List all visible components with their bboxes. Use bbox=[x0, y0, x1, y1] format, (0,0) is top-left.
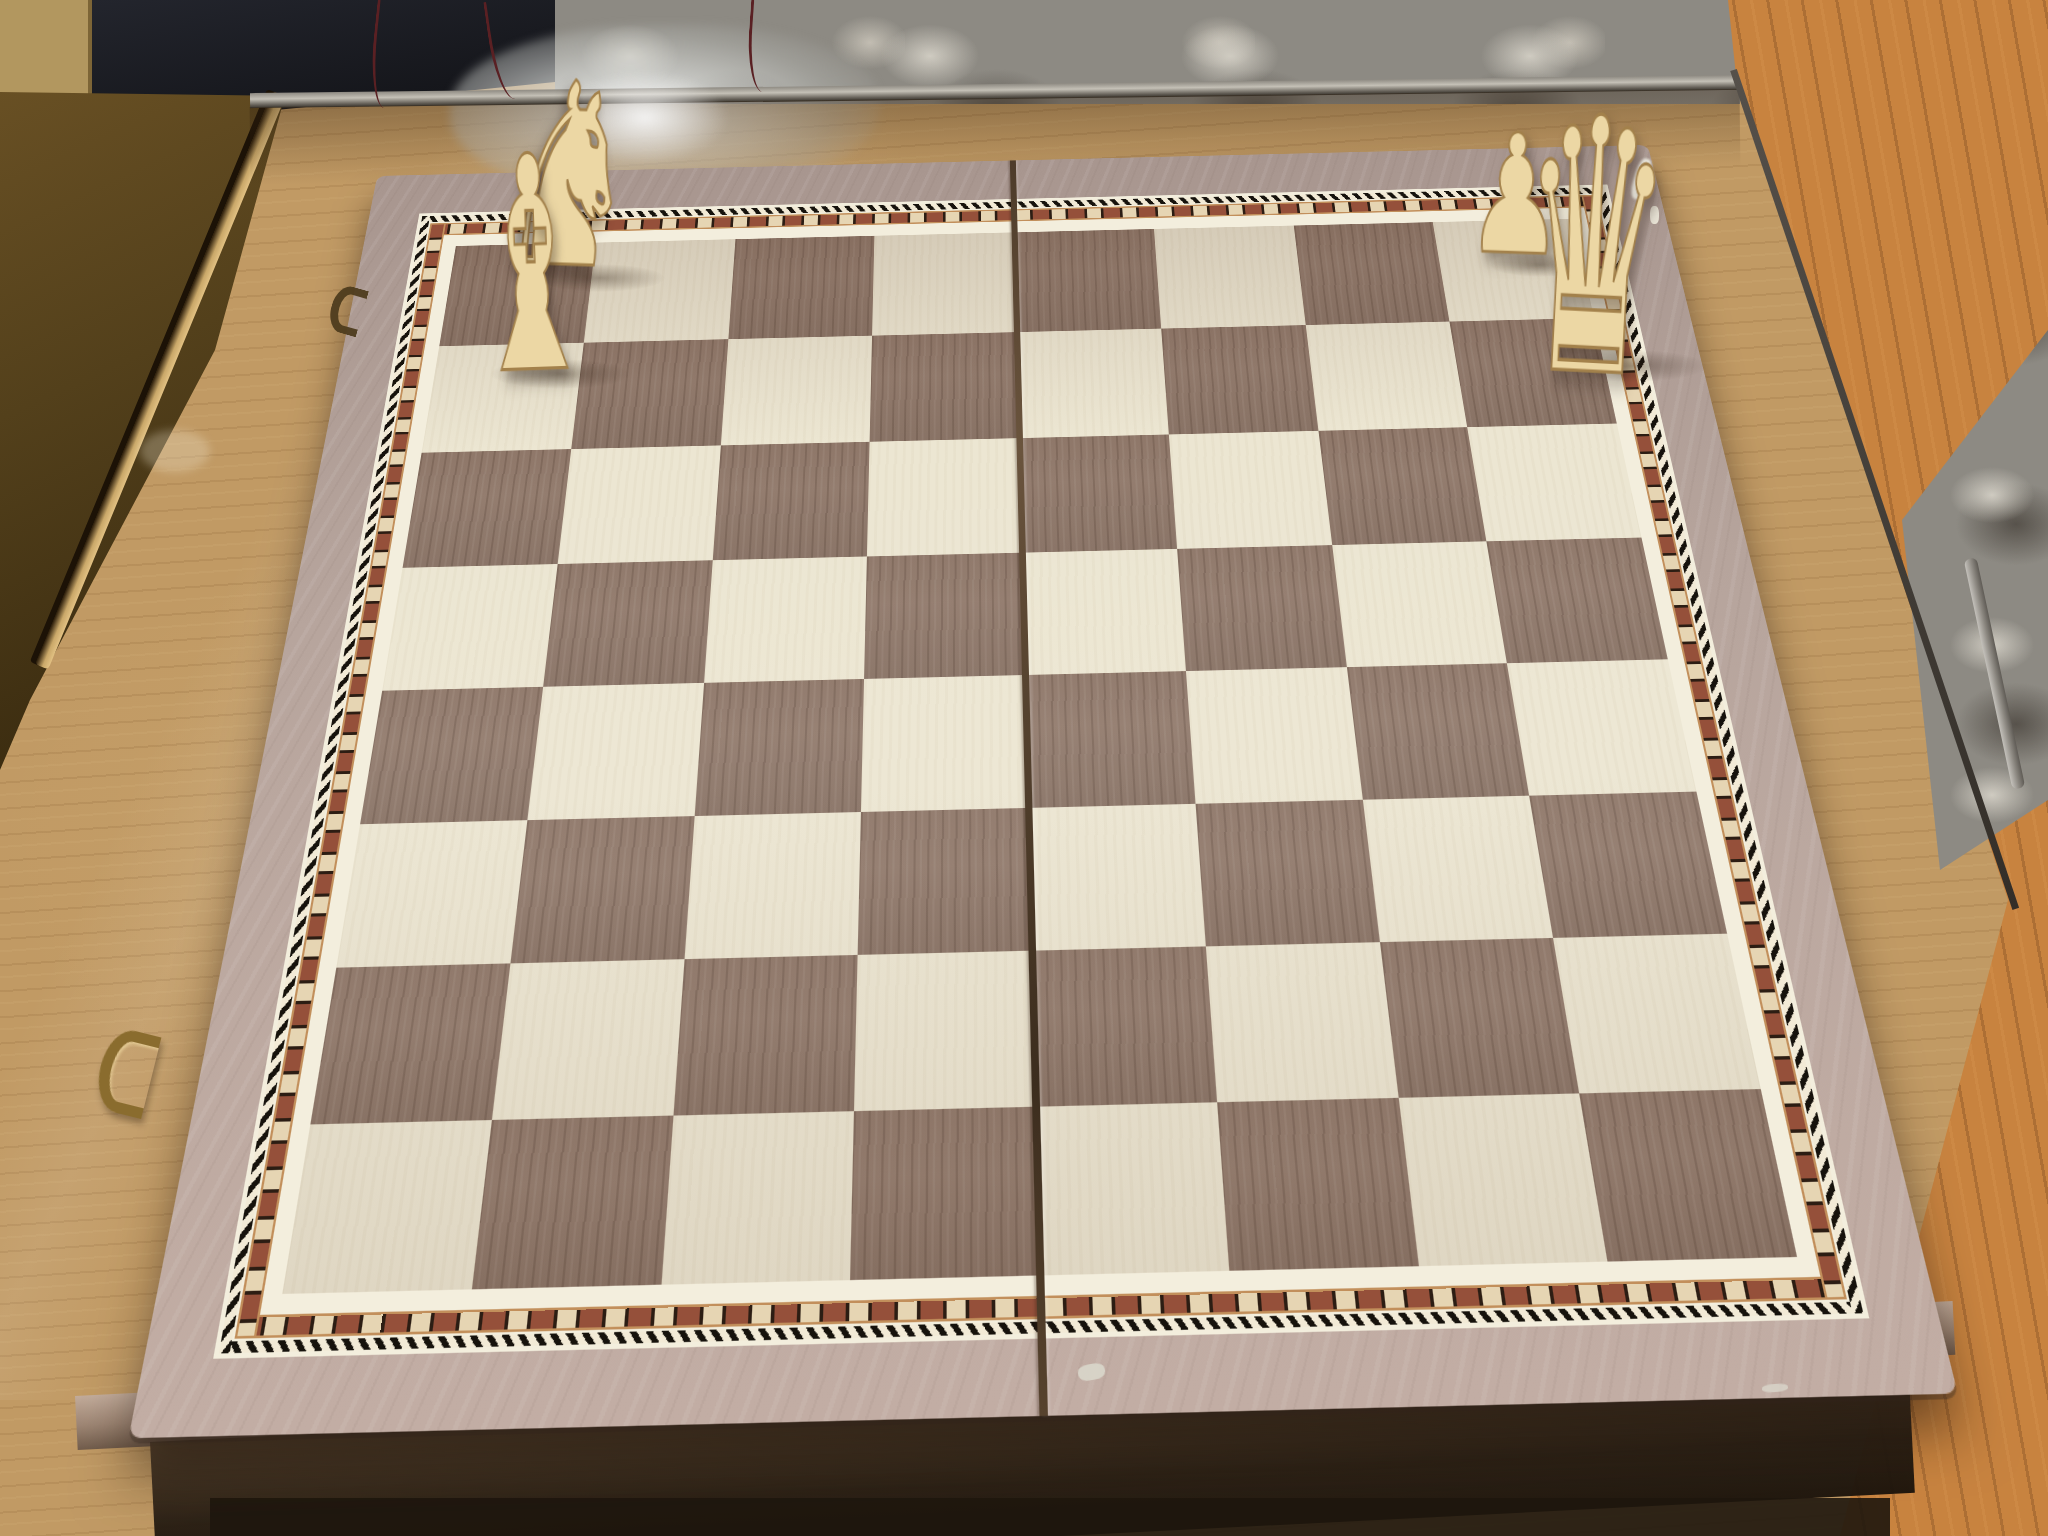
square-g1 bbox=[1398, 1093, 1608, 1266]
board-frame bbox=[128, 145, 1957, 1438]
square-h4 bbox=[1507, 659, 1696, 795]
square-h3 bbox=[1529, 791, 1727, 938]
square-e5 bbox=[1022, 548, 1186, 675]
chess-board-case bbox=[259, 0, 1791, 1358]
square-e1 bbox=[1036, 1102, 1229, 1276]
square-e3 bbox=[1028, 803, 1205, 950]
frame-wear-mark bbox=[1650, 206, 1659, 224]
square-f7 bbox=[1161, 325, 1318, 435]
square-a4 bbox=[360, 687, 543, 824]
square-b4 bbox=[527, 683, 703, 820]
square-f8 bbox=[1154, 226, 1305, 329]
square-f5 bbox=[1177, 545, 1347, 671]
square-g7 bbox=[1305, 321, 1467, 431]
square-c4 bbox=[694, 679, 864, 816]
square-c2 bbox=[673, 955, 858, 1115]
square-d3 bbox=[858, 807, 1032, 954]
square-h8 bbox=[1433, 219, 1594, 321]
square-f3 bbox=[1195, 799, 1379, 946]
square-h6 bbox=[1467, 424, 1641, 541]
square-a1 bbox=[282, 1119, 491, 1294]
square-g6 bbox=[1318, 427, 1487, 545]
square-h2 bbox=[1553, 934, 1760, 1093]
photo-scene: ♞♝♟♛ bbox=[0, 0, 2048, 1536]
square-b8 bbox=[584, 239, 735, 342]
square-e6 bbox=[1019, 434, 1177, 552]
square-d4 bbox=[861, 675, 1028, 811]
square-g2 bbox=[1379, 938, 1579, 1097]
square-f6 bbox=[1169, 431, 1332, 549]
square-d8 bbox=[872, 232, 1016, 335]
square-e8 bbox=[1014, 229, 1161, 332]
table-scuff-mark bbox=[140, 430, 210, 472]
square-d2 bbox=[854, 951, 1035, 1111]
square-c1 bbox=[661, 1111, 854, 1285]
square-a5 bbox=[382, 564, 557, 691]
square-d7 bbox=[870, 332, 1019, 442]
square-b5 bbox=[543, 560, 712, 687]
square-g3 bbox=[1362, 795, 1553, 942]
square-a3 bbox=[336, 820, 527, 968]
square-d5 bbox=[864, 552, 1025, 679]
square-e2 bbox=[1032, 946, 1217, 1106]
square-b6 bbox=[557, 445, 720, 563]
square-d6 bbox=[867, 438, 1022, 556]
square-c6 bbox=[712, 442, 870, 560]
square-f4 bbox=[1186, 667, 1363, 803]
square-g4 bbox=[1346, 663, 1529, 799]
square-h7 bbox=[1450, 318, 1617, 428]
square-a7 bbox=[422, 342, 584, 452]
square-c8 bbox=[728, 236, 875, 339]
square-b3 bbox=[510, 816, 694, 964]
square-a8 bbox=[439, 243, 595, 346]
square-c3 bbox=[684, 811, 861, 959]
table-front-shadow bbox=[210, 1498, 1890, 1536]
square-c7 bbox=[720, 335, 872, 445]
square-b7 bbox=[571, 339, 728, 449]
square-e4 bbox=[1025, 671, 1195, 807]
square-d1 bbox=[850, 1106, 1039, 1280]
square-g8 bbox=[1293, 222, 1449, 325]
square-b2 bbox=[492, 959, 684, 1119]
square-h1 bbox=[1579, 1088, 1797, 1261]
square-h5 bbox=[1487, 537, 1668, 663]
square-f1 bbox=[1217, 1097, 1419, 1271]
square-f2 bbox=[1206, 942, 1398, 1102]
square-a6 bbox=[403, 449, 571, 567]
square-g5 bbox=[1332, 541, 1507, 667]
square-a2 bbox=[310, 963, 510, 1123]
square-b1 bbox=[472, 1115, 673, 1289]
square-c5 bbox=[704, 556, 868, 683]
square-e7 bbox=[1017, 328, 1169, 438]
